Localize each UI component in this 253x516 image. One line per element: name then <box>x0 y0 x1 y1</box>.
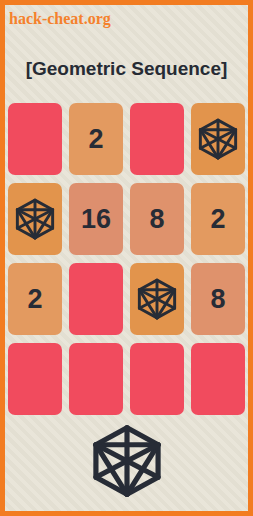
app-window: hack-cheat.org [Geometric Sequence] 2168… <box>0 0 253 516</box>
tile-r1c2-value-2[interactable]: 2 <box>69 103 123 175</box>
tile-r2c1-icosahedron-icon[interactable] <box>8 183 62 255</box>
watermark-hack-cheat-org: hack-cheat.org <box>9 10 111 28</box>
tile-r2c4-value-2[interactable]: 2 <box>191 183 245 255</box>
tile-r2c3-value-8[interactable]: 8 <box>130 183 184 255</box>
icosahedron-icon <box>90 424 164 502</box>
tile-r4c1-empty[interactable] <box>8 343 62 415</box>
tile-r2c2-value-16[interactable]: 16 <box>69 183 123 255</box>
tile-r3c1-value-2[interactable]: 2 <box>8 263 62 335</box>
tile-r3c3-icosahedron-icon[interactable] <box>130 263 184 335</box>
tile-r1c3-empty[interactable] <box>130 103 184 175</box>
tile-r3c4-value-8[interactable]: 8 <box>191 263 245 335</box>
tile-r4c4-empty[interactable] <box>191 343 245 415</box>
tile-r3c2-empty[interactable] <box>69 263 123 335</box>
game-board[interactable]: 2168228 <box>8 103 245 415</box>
tile-r1c4-icosahedron-icon[interactable] <box>191 103 245 175</box>
tile-r4c2-empty[interactable] <box>69 343 123 415</box>
tile-r4c3-empty[interactable] <box>130 343 184 415</box>
tile-r1c1-empty[interactable] <box>8 103 62 175</box>
page-title: [Geometric Sequence] <box>5 58 248 80</box>
